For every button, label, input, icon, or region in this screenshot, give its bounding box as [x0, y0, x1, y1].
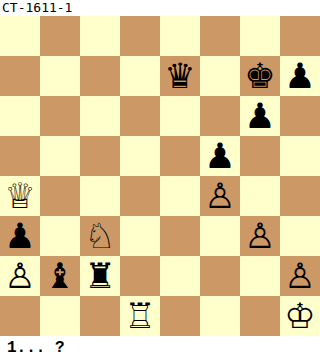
square-e8[interactable] [160, 16, 200, 56]
square-a6[interactable] [0, 96, 40, 136]
square-d2[interactable] [120, 256, 160, 296]
move-prompt: 1... ? [0, 336, 320, 360]
square-c1[interactable] [80, 296, 120, 336]
square-b3[interactable] [40, 216, 80, 256]
black-pawn-f5[interactable]: ♟ [204, 136, 235, 176]
square-d7[interactable] [120, 56, 160, 96]
square-h7[interactable]: ♟ [280, 56, 320, 96]
square-e3[interactable] [160, 216, 200, 256]
square-c4[interactable] [80, 176, 120, 216]
square-a4[interactable]: ♕ [0, 176, 40, 216]
square-b4[interactable] [40, 176, 80, 216]
white-pawn-f4[interactable]: ♙ [204, 176, 235, 216]
square-g1[interactable] [240, 296, 280, 336]
diagram-title: CT-1611-1 [0, 0, 320, 16]
square-h3[interactable] [280, 216, 320, 256]
square-d1[interactable]: ♖ [120, 296, 160, 336]
square-g5[interactable] [240, 136, 280, 176]
square-c7[interactable] [80, 56, 120, 96]
square-a3[interactable]: ♟ [0, 216, 40, 256]
white-rook-d1[interactable]: ♖ [124, 296, 155, 336]
square-b6[interactable] [40, 96, 80, 136]
square-e6[interactable] [160, 96, 200, 136]
square-e2[interactable] [160, 256, 200, 296]
white-pawn-a2[interactable]: ♙ [4, 256, 35, 296]
square-f5[interactable]: ♟ [200, 136, 240, 176]
square-f7[interactable] [200, 56, 240, 96]
square-d8[interactable] [120, 16, 160, 56]
square-d6[interactable] [120, 96, 160, 136]
square-g2[interactable] [240, 256, 280, 296]
square-g3[interactable]: ♙ [240, 216, 280, 256]
black-pawn-h7[interactable]: ♟ [284, 56, 315, 96]
square-a2[interactable]: ♙ [0, 256, 40, 296]
white-knight-c3[interactable]: ♘ [84, 216, 115, 256]
black-pawn-g6[interactable]: ♟ [244, 96, 275, 136]
square-g8[interactable] [240, 16, 280, 56]
square-a5[interactable] [0, 136, 40, 176]
square-h2[interactable]: ♙ [280, 256, 320, 296]
square-e1[interactable] [160, 296, 200, 336]
square-e7[interactable]: ♛ [160, 56, 200, 96]
square-h4[interactable] [280, 176, 320, 216]
square-g7[interactable]: ♚ [240, 56, 280, 96]
square-a8[interactable] [0, 16, 40, 56]
square-c6[interactable] [80, 96, 120, 136]
square-e5[interactable] [160, 136, 200, 176]
square-c3[interactable]: ♘ [80, 216, 120, 256]
square-d4[interactable] [120, 176, 160, 216]
square-b5[interactable] [40, 136, 80, 176]
square-b2[interactable]: ♝ [40, 256, 80, 296]
square-b7[interactable] [40, 56, 80, 96]
square-c2[interactable]: ♜ [80, 256, 120, 296]
square-f3[interactable] [200, 216, 240, 256]
white-queen-a4[interactable]: ♕ [4, 176, 35, 216]
square-e4[interactable] [160, 176, 200, 216]
square-f1[interactable] [200, 296, 240, 336]
square-b8[interactable] [40, 16, 80, 56]
square-d5[interactable] [120, 136, 160, 176]
chess-board: ♛♚♟♟♟♕♙♟♘♙♙♝♜♙♖♔ [0, 16, 320, 336]
square-f2[interactable] [200, 256, 240, 296]
white-king-h1[interactable]: ♔ [284, 296, 315, 336]
square-h8[interactable] [280, 16, 320, 56]
black-bishop-b2[interactable]: ♝ [44, 256, 75, 296]
square-h5[interactable] [280, 136, 320, 176]
black-rook-c2[interactable]: ♜ [84, 256, 115, 296]
square-h1[interactable]: ♔ [280, 296, 320, 336]
square-c8[interactable] [80, 16, 120, 56]
square-a1[interactable] [0, 296, 40, 336]
square-h6[interactable] [280, 96, 320, 136]
black-queen-e7[interactable]: ♛ [164, 56, 195, 96]
white-pawn-g3[interactable]: ♙ [244, 216, 275, 256]
square-d3[interactable] [120, 216, 160, 256]
square-b1[interactable] [40, 296, 80, 336]
black-king-g7[interactable]: ♚ [244, 56, 275, 96]
white-pawn-h2[interactable]: ♙ [284, 256, 315, 296]
square-f8[interactable] [200, 16, 240, 56]
square-g6[interactable]: ♟ [240, 96, 280, 136]
square-f6[interactable] [200, 96, 240, 136]
square-f4[interactable]: ♙ [200, 176, 240, 216]
square-a7[interactable] [0, 56, 40, 96]
square-c5[interactable] [80, 136, 120, 176]
square-g4[interactable] [240, 176, 280, 216]
black-pawn-a3[interactable]: ♟ [4, 216, 35, 256]
